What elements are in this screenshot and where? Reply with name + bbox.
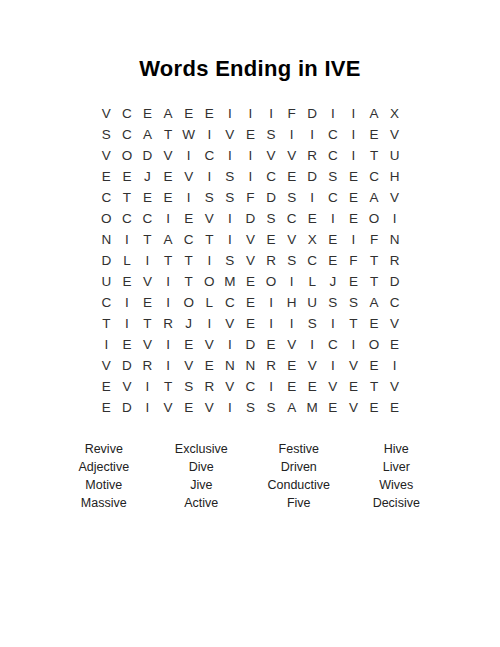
- grid-cell-r12-c4[interactable]: I: [158, 334, 179, 355]
- grid-cell-r11-c1[interactable]: T: [96, 313, 117, 334]
- grid-cell-r12-c12[interactable]: C: [323, 334, 344, 355]
- grid-cell-r3-c1[interactable]: V: [96, 145, 117, 166]
- grid-cell-r9-c10[interactable]: I: [281, 271, 302, 292]
- grid-cell-r13-c2[interactable]: D: [117, 355, 138, 376]
- grid-cell-r2-c12[interactable]: C: [323, 124, 344, 145]
- grid-cell-r9-c9[interactable]: O: [261, 271, 282, 292]
- grid-cell-r12-c5[interactable]: E: [178, 334, 199, 355]
- grid-cell-r8-c8[interactable]: V: [240, 250, 261, 271]
- grid-cell-r14-c13[interactable]: E: [343, 376, 364, 397]
- grid-cell-r15-c1[interactable]: E: [96, 397, 117, 418]
- grid-cell-r2-c13[interactable]: I: [343, 124, 364, 145]
- grid-cell-r7-c14[interactable]: F: [364, 229, 385, 250]
- grid-cell-r4-c6[interactable]: I: [199, 166, 220, 187]
- grid-cell-r9-c15[interactable]: D: [384, 271, 405, 292]
- grid-cell-r5-c6[interactable]: S: [199, 187, 220, 208]
- grid-cell-r14-c15[interactable]: V: [384, 376, 405, 397]
- grid-cell-r9-c13[interactable]: E: [343, 271, 364, 292]
- grid-cell-r9-c2[interactable]: E: [117, 271, 138, 292]
- grid-cell-r13-c7[interactable]: N: [220, 355, 241, 376]
- grid-cell-r4-c2[interactable]: E: [117, 166, 138, 187]
- grid-cell-r13-c9[interactable]: R: [261, 355, 282, 376]
- grid-cell-r6-c3[interactable]: C: [137, 208, 158, 229]
- grid-cell-r9-c11[interactable]: L: [302, 271, 323, 292]
- grid-cell-r5-c11[interactable]: I: [302, 187, 323, 208]
- grid-cell-r2-c7[interactable]: V: [220, 124, 241, 145]
- grid-cell-r7-c12[interactable]: E: [323, 229, 344, 250]
- grid-cell-r2-c6[interactable]: I: [199, 124, 220, 145]
- grid-cell-r11-c5[interactable]: J: [178, 313, 199, 334]
- grid-cell-r2-c11[interactable]: I: [302, 124, 323, 145]
- grid-cell-r7-c8[interactable]: V: [240, 229, 261, 250]
- grid-cell-r12-c11[interactable]: I: [302, 334, 323, 355]
- grid-cell-r8-c6[interactable]: I: [199, 250, 220, 271]
- grid-cell-r7-c10[interactable]: V: [281, 229, 302, 250]
- grid-cell-r10-c2[interactable]: I: [117, 292, 138, 313]
- grid-cell-r4-c4[interactable]: E: [158, 166, 179, 187]
- grid-cell-r14-c5[interactable]: S: [178, 376, 199, 397]
- grid-cell-r3-c10[interactable]: V: [281, 145, 302, 166]
- grid-cell-r8-c13[interactable]: F: [343, 250, 364, 271]
- grid-cell-r10-c6[interactable]: L: [199, 292, 220, 313]
- grid-cell-r10-c14[interactable]: A: [364, 292, 385, 313]
- grid-cell-r5-c10[interactable]: S: [281, 187, 302, 208]
- grid-cell-r15-c3[interactable]: I: [137, 397, 158, 418]
- grid-cell-r12-c8[interactable]: D: [240, 334, 261, 355]
- grid-cell-r6-c8[interactable]: D: [240, 208, 261, 229]
- grid-cell-r1-c15[interactable]: X: [384, 103, 405, 124]
- grid-cell-r8-c9[interactable]: R: [261, 250, 282, 271]
- grid-cell-r11-c4[interactable]: R: [158, 313, 179, 334]
- grid-cell-r6-c13[interactable]: E: [343, 208, 364, 229]
- grid-cell-r3-c9[interactable]: V: [261, 145, 282, 166]
- grid-cell-r15-c6[interactable]: V: [199, 397, 220, 418]
- grid-cell-r13-c11[interactable]: V: [302, 355, 323, 376]
- grid-cell-r6-c7[interactable]: I: [220, 208, 241, 229]
- grid-cell-r1-c3[interactable]: E: [137, 103, 158, 124]
- grid-cell-r2-c15[interactable]: V: [384, 124, 405, 145]
- grid-cell-r2-c2[interactable]: C: [117, 124, 138, 145]
- grid-cell-r7-c1[interactable]: N: [96, 229, 117, 250]
- grid-cell-r6-c11[interactable]: E: [302, 208, 323, 229]
- grid-cell-r2-c5[interactable]: W: [178, 124, 199, 145]
- word-list-item-decisive: Decisive: [348, 494, 446, 512]
- grid-cell-r5-c15[interactable]: V: [384, 187, 405, 208]
- grid-cell-r9-c4[interactable]: I: [158, 271, 179, 292]
- grid-cell-r1-c7[interactable]: I: [220, 103, 241, 124]
- grid-cell-r13-c10[interactable]: E: [281, 355, 302, 376]
- word-list-item-massive: Massive: [55, 494, 153, 512]
- grid-cell-r8-c2[interactable]: L: [117, 250, 138, 271]
- grid-cell-r10-c3[interactable]: E: [137, 292, 158, 313]
- grid-cell-r1-c9[interactable]: I: [261, 103, 282, 124]
- grid-cell-r6-c10[interactable]: C: [281, 208, 302, 229]
- grid-cell-r11-c12[interactable]: I: [323, 313, 344, 334]
- grid-cell-r12-c2[interactable]: E: [117, 334, 138, 355]
- grid-cell-r7-c2[interactable]: I: [117, 229, 138, 250]
- grid-cell-r4-c5[interactable]: V: [178, 166, 199, 187]
- word-list-item-wives: Wives: [348, 476, 446, 494]
- grid-cell-r11-c2[interactable]: I: [117, 313, 138, 334]
- grid-cell-r14-c10[interactable]: E: [281, 376, 302, 397]
- grid-cell-r14-c7[interactable]: V: [220, 376, 241, 397]
- grid-cell-r13-c15[interactable]: I: [384, 355, 405, 376]
- grid-cell-r2-c4[interactable]: T: [158, 124, 179, 145]
- grid-cell-r4-c3[interactable]: J: [137, 166, 158, 187]
- word-list-item-festive: Festive: [250, 440, 348, 458]
- grid-cell-r6-c14[interactable]: O: [364, 208, 385, 229]
- grid-cell-r3-c6[interactable]: C: [199, 145, 220, 166]
- grid-cell-r3-c12[interactable]: C: [323, 145, 344, 166]
- grid-cell-r4-c9[interactable]: C: [261, 166, 282, 187]
- word-list-item-active: Active: [153, 494, 251, 512]
- grid-cell-r9-c3[interactable]: V: [137, 271, 158, 292]
- grid-cell-r5-c12[interactable]: C: [323, 187, 344, 208]
- grid-cell-r7-c7[interactable]: I: [220, 229, 241, 250]
- grid-cell-r4-c10[interactable]: E: [281, 166, 302, 187]
- grid-cell-r6-c1[interactable]: O: [96, 208, 117, 229]
- grid-cell-r14-c2[interactable]: V: [117, 376, 138, 397]
- grid-cell-r7-c3[interactable]: T: [137, 229, 158, 250]
- grid-cell-r9-c5[interactable]: T: [178, 271, 199, 292]
- grid-cell-r11-c11[interactable]: S: [302, 313, 323, 334]
- grid-cell-r6-c12[interactable]: I: [323, 208, 344, 229]
- grid-cell-r4-c7[interactable]: S: [220, 166, 241, 187]
- word-list-item-liver: Liver: [348, 458, 446, 476]
- grid-cell-r3-c8[interactable]: I: [240, 145, 261, 166]
- grid-cell-r15-c7[interactable]: I: [220, 397, 241, 418]
- grid-cell-r6-c5[interactable]: E: [178, 208, 199, 229]
- grid-cell-r15-c5[interactable]: E: [178, 397, 199, 418]
- grid-cell-r7-c15[interactable]: N: [384, 229, 405, 250]
- grid-cell-r9-c12[interactable]: J: [323, 271, 344, 292]
- word-list-item-dive: Dive: [153, 458, 251, 476]
- grid-cell-r7-c5[interactable]: C: [178, 229, 199, 250]
- grid-cell-r8-c4[interactable]: T: [158, 250, 179, 271]
- grid-cell-r1-c5[interactable]: E: [178, 103, 199, 124]
- grid-cell-r14-c12[interactable]: V: [323, 376, 344, 397]
- grid-cell-r14-c9[interactable]: I: [261, 376, 282, 397]
- grid-cell-r15-c14[interactable]: E: [364, 397, 385, 418]
- grid-cell-r4-c14[interactable]: C: [364, 166, 385, 187]
- page-title: Words Ending in IVE: [0, 56, 500, 82]
- grid-cell-r13-c6[interactable]: E: [199, 355, 220, 376]
- grid-cell-r5-c1[interactable]: C: [96, 187, 117, 208]
- grid-cell-r3-c4[interactable]: V: [158, 145, 179, 166]
- grid-cell-r14-c8[interactable]: C: [240, 376, 261, 397]
- grid-cell-r13-c8[interactable]: N: [240, 355, 261, 376]
- grid-cell-r1-c10[interactable]: F: [281, 103, 302, 124]
- grid-cell-r10-c12[interactable]: S: [323, 292, 344, 313]
- grid-cell-r5-c3[interactable]: E: [137, 187, 158, 208]
- grid-cell-r11-c8[interactable]: E: [240, 313, 261, 334]
- grid-cell-r3-c13[interactable]: I: [343, 145, 364, 166]
- grid-cell-r10-c8[interactable]: E: [240, 292, 261, 313]
- word-list-item-exclusive: Exclusive: [153, 440, 251, 458]
- grid-cell-r5-c4[interactable]: E: [158, 187, 179, 208]
- grid-cell-r10-c1[interactable]: C: [96, 292, 117, 313]
- grid-cell-r5-c7[interactable]: S: [220, 187, 241, 208]
- grid-cell-r4-c8[interactable]: I: [240, 166, 261, 187]
- grid-cell-r1-c6[interactable]: E: [199, 103, 220, 124]
- grid-cell-r2-c10[interactable]: I: [281, 124, 302, 145]
- grid-cell-r11-c7[interactable]: V: [220, 313, 241, 334]
- grid-cell-r11-c15[interactable]: V: [384, 313, 405, 334]
- grid-cell-r1-c1[interactable]: V: [96, 103, 117, 124]
- grid-cell-r14-c3[interactable]: I: [137, 376, 158, 397]
- grid-cell-r1-c14[interactable]: A: [364, 103, 385, 124]
- grid-cell-r12-c1[interactable]: I: [96, 334, 117, 355]
- grid-cell-r12-c10[interactable]: V: [281, 334, 302, 355]
- grid-cell-r13-c5[interactable]: V: [178, 355, 199, 376]
- grid-cell-r10-c7[interactable]: C: [220, 292, 241, 313]
- grid-cell-r2-c1[interactable]: S: [96, 124, 117, 145]
- grid-cell-r8-c14[interactable]: T: [364, 250, 385, 271]
- grid-cell-r1-c12[interactable]: I: [323, 103, 344, 124]
- grid-cell-r5-c14[interactable]: A: [364, 187, 385, 208]
- grid-cell-r8-c5[interactable]: T: [178, 250, 199, 271]
- grid-cell-r12-c14[interactable]: O: [364, 334, 385, 355]
- grid-cell-r14-c11[interactable]: E: [302, 376, 323, 397]
- word-list-item-driven: Driven: [250, 458, 348, 476]
- grid-cell-r9-c6[interactable]: O: [199, 271, 220, 292]
- grid-cell-r7-c9[interactable]: E: [261, 229, 282, 250]
- grid-cell-r6-c6[interactable]: V: [199, 208, 220, 229]
- grid-cell-r10-c9[interactable]: I: [261, 292, 282, 313]
- grid-cell-r15-c11[interactable]: M: [302, 397, 323, 418]
- word-list: ReviveExclusiveFestiveHiveAdjectiveDiveD…: [55, 440, 445, 512]
- grid-cell-r11-c6[interactable]: I: [199, 313, 220, 334]
- grid-cell-r10-c11[interactable]: U: [302, 292, 323, 313]
- grid-cell-r7-c11[interactable]: X: [302, 229, 323, 250]
- grid-cell-r13-c13[interactable]: V: [343, 355, 364, 376]
- grid-cell-r5-c5[interactable]: I: [178, 187, 199, 208]
- grid-cell-r12-c9[interactable]: E: [261, 334, 282, 355]
- word-list-item-five: Five: [250, 494, 348, 512]
- grid-cell-r10-c13[interactable]: S: [343, 292, 364, 313]
- grid-cell-r12-c6[interactable]: V: [199, 334, 220, 355]
- grid-cell-r8-c7[interactable]: S: [220, 250, 241, 271]
- word-search-grid: VCEAEEIIIFDIIAXSCATWIVESIICIEVVODVICIIVV…: [96, 103, 405, 418]
- grid-cell-r8-c1[interactable]: D: [96, 250, 117, 271]
- grid-cell-r15-c2[interactable]: D: [117, 397, 138, 418]
- grid-cell-r11-c10[interactable]: I: [281, 313, 302, 334]
- grid-cell-r10-c5[interactable]: O: [178, 292, 199, 313]
- grid-cell-r14-c1[interactable]: E: [96, 376, 117, 397]
- grid-cell-r12-c13[interactable]: I: [343, 334, 364, 355]
- grid-cell-r2-c9[interactable]: S: [261, 124, 282, 145]
- grid-cell-r3-c2[interactable]: O: [117, 145, 138, 166]
- grid-cell-r1-c4[interactable]: A: [158, 103, 179, 124]
- grid-cell-r12-c7[interactable]: I: [220, 334, 241, 355]
- grid-cell-r15-c8[interactable]: S: [240, 397, 261, 418]
- grid-cell-r15-c10[interactable]: A: [281, 397, 302, 418]
- grid-cell-r15-c4[interactable]: V: [158, 397, 179, 418]
- grid-cell-r4-c13[interactable]: E: [343, 166, 364, 187]
- word-list-item-conductive: Conductive: [250, 476, 348, 494]
- grid-cell-r4-c12[interactable]: S: [323, 166, 344, 187]
- grid-cell-r9-c8[interactable]: E: [240, 271, 261, 292]
- grid-cell-r13-c4[interactable]: I: [158, 355, 179, 376]
- grid-cell-r14-c4[interactable]: T: [158, 376, 179, 397]
- grid-cell-r10-c15[interactable]: C: [384, 292, 405, 313]
- grid-cell-r11-c13[interactable]: T: [343, 313, 364, 334]
- grid-cell-r9-c7[interactable]: M: [220, 271, 241, 292]
- grid-cell-r12-c3[interactable]: V: [137, 334, 158, 355]
- grid-cell-r5-c2[interactable]: T: [117, 187, 138, 208]
- grid-cell-r8-c10[interactable]: S: [281, 250, 302, 271]
- grid-cell-r6-c15[interactable]: I: [384, 208, 405, 229]
- grid-cell-r6-c4[interactable]: I: [158, 208, 179, 229]
- grid-cell-r7-c13[interactable]: I: [343, 229, 364, 250]
- grid-cell-r1-c11[interactable]: D: [302, 103, 323, 124]
- grid-cell-r7-c6[interactable]: T: [199, 229, 220, 250]
- grid-cell-r6-c9[interactable]: S: [261, 208, 282, 229]
- word-list-item-motive: Motive: [55, 476, 153, 494]
- grid-cell-r12-c15[interactable]: E: [384, 334, 405, 355]
- grid-cell-r11-c9[interactable]: I: [261, 313, 282, 334]
- grid-cell-r9-c14[interactable]: T: [364, 271, 385, 292]
- grid-cell-r11-c14[interactable]: E: [364, 313, 385, 334]
- grid-cell-r5-c9[interactable]: D: [261, 187, 282, 208]
- grid-cell-r15-c12[interactable]: E: [323, 397, 344, 418]
- grid-cell-r4-c11[interactable]: D: [302, 166, 323, 187]
- grid-cell-r13-c14[interactable]: E: [364, 355, 385, 376]
- grid-cell-r2-c3[interactable]: A: [137, 124, 158, 145]
- grid-cell-r14-c14[interactable]: T: [364, 376, 385, 397]
- grid-cell-r3-c11[interactable]: R: [302, 145, 323, 166]
- grid-cell-r15-c15[interactable]: E: [384, 397, 405, 418]
- grid-cell-r7-c4[interactable]: A: [158, 229, 179, 250]
- grid-cell-r10-c4[interactable]: I: [158, 292, 179, 313]
- grid-cell-r2-c8[interactable]: E: [240, 124, 261, 145]
- grid-cell-r8-c12[interactable]: E: [323, 250, 344, 271]
- grid-cell-r14-c6[interactable]: R: [199, 376, 220, 397]
- grid-cell-r15-c13[interactable]: V: [343, 397, 364, 418]
- grid-cell-r1-c2[interactable]: C: [117, 103, 138, 124]
- grid-cell-r13-c1[interactable]: V: [96, 355, 117, 376]
- grid-cell-r8-c3[interactable]: I: [137, 250, 158, 271]
- grid-cell-r8-c11[interactable]: C: [302, 250, 323, 271]
- grid-cell-r10-c10[interactable]: H: [281, 292, 302, 313]
- grid-cell-r8-c15[interactable]: R: [384, 250, 405, 271]
- grid-cell-r4-c15[interactable]: H: [384, 166, 405, 187]
- grid-cell-r3-c5[interactable]: I: [178, 145, 199, 166]
- grid-cell-r3-c15[interactable]: U: [384, 145, 405, 166]
- grid-cell-r4-c1[interactable]: E: [96, 166, 117, 187]
- grid-cell-r13-c3[interactable]: R: [137, 355, 158, 376]
- grid-cell-r5-c8[interactable]: F: [240, 187, 261, 208]
- grid-cell-r13-c12[interactable]: I: [323, 355, 344, 376]
- word-list-item-hive: Hive: [348, 440, 446, 458]
- grid-cell-r3-c14[interactable]: T: [364, 145, 385, 166]
- word-list-item-adjective: Adjective: [55, 458, 153, 476]
- grid-cell-r2-c14[interactable]: E: [364, 124, 385, 145]
- grid-cell-r1-c13[interactable]: I: [343, 103, 364, 124]
- grid-cell-r3-c3[interactable]: D: [137, 145, 158, 166]
- grid-cell-r6-c2[interactable]: C: [117, 208, 138, 229]
- word-list-item-jive: Jive: [153, 476, 251, 494]
- word-list-item-revive: Revive: [55, 440, 153, 458]
- grid-cell-r15-c9[interactable]: S: [261, 397, 282, 418]
- grid-cell-r9-c1[interactable]: U: [96, 271, 117, 292]
- grid-cell-r5-c13[interactable]: E: [343, 187, 364, 208]
- grid-cell-r1-c8[interactable]: I: [240, 103, 261, 124]
- grid-cell-r11-c3[interactable]: T: [137, 313, 158, 334]
- grid-cell-r3-c7[interactable]: I: [220, 145, 241, 166]
